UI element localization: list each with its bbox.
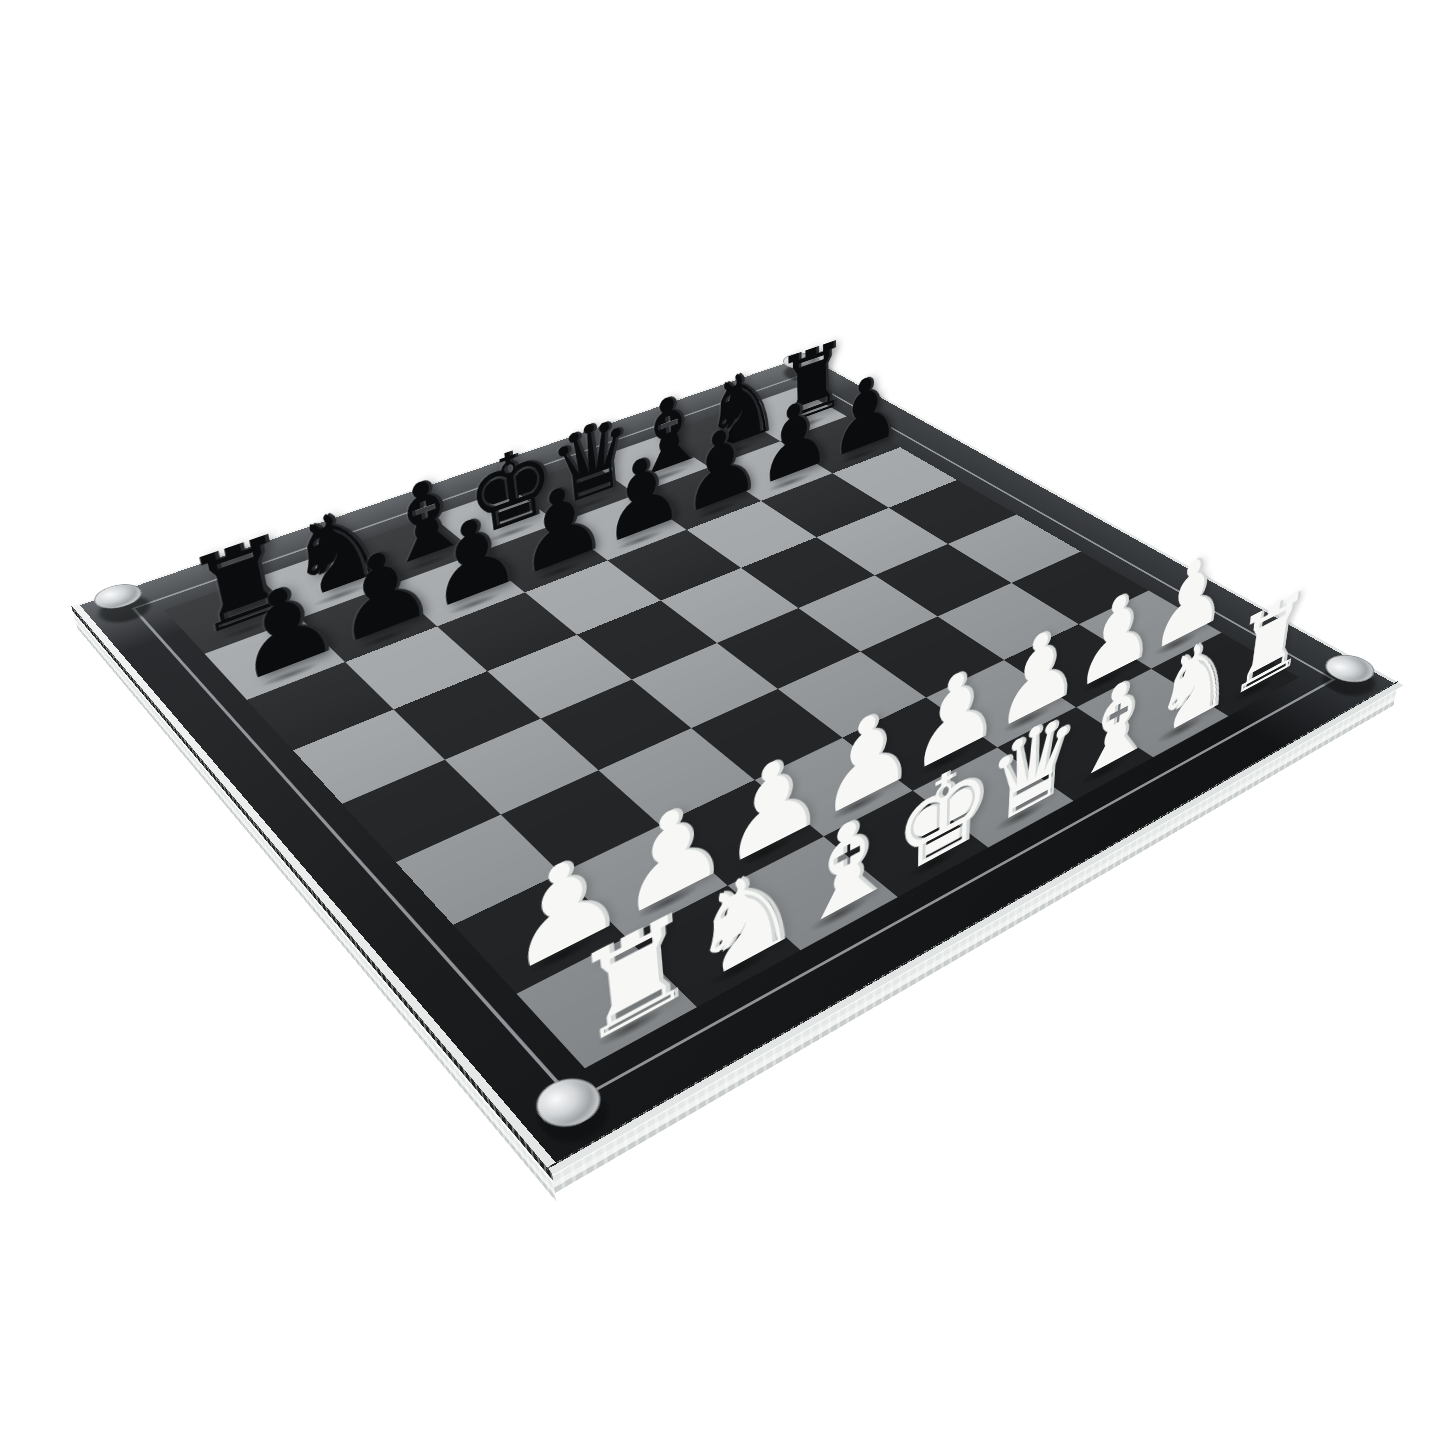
board-surface: ♜♞♝♚♛♝♞♜♟♟♟♟♟♟♟♟♟♟♟♟♟♟♟♟♜♞♝♚♛♝♞♜ (80, 356, 1394, 1162)
playing-area: ♜♞♝♚♛♝♞♜♟♟♟♟♟♟♟♟♟♟♟♟♟♟♟♟♜♞♝♚♛♝♞♜ (165, 387, 1300, 1068)
chess-board: ♜♞♝♚♛♝♞♜♟♟♟♟♟♟♟♟♟♟♟♟♟♟♟♟♜♞♝♚♛♝♞♜ (80, 356, 1394, 1162)
product-photo-canvas: ♜♞♝♚♛♝♞♜♟♟♟♟♟♟♟♟♟♟♟♟♟♟♟♟♜♞♝♚♛♝♞♜ (0, 0, 1445, 1445)
scene: ♜♞♝♚♛♝♞♜♟♟♟♟♟♟♟♟♟♟♟♟♟♟♟♟♜♞♝♚♛♝♞♜ (0, 0, 1445, 1445)
